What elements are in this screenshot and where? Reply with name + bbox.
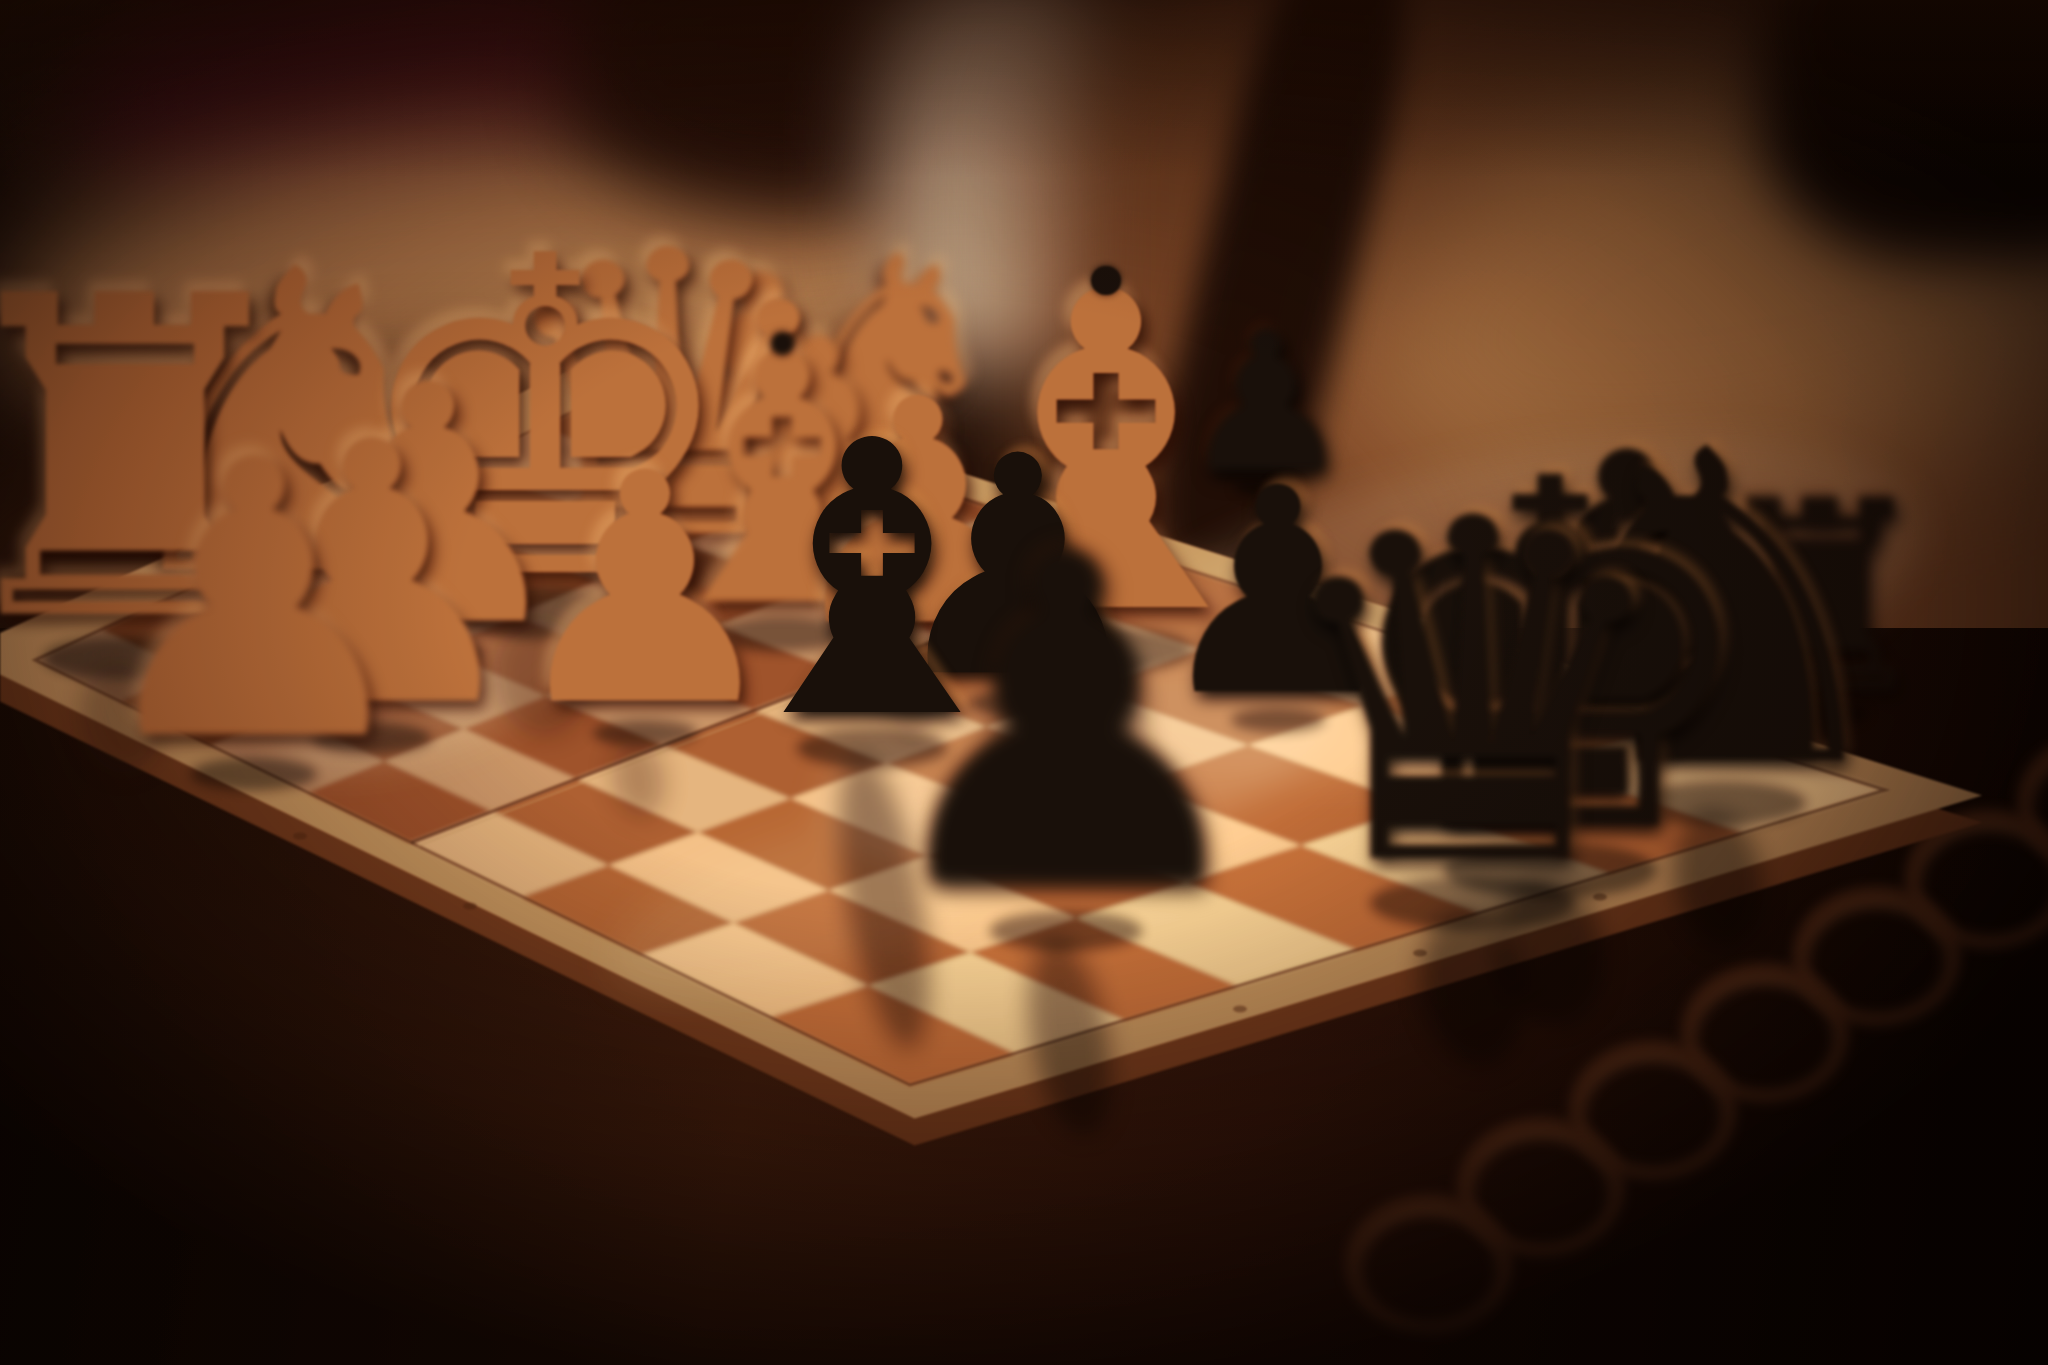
white-bishop-c1: ♝ [627, 309, 936, 654]
chess-pieces-layer: ♜♞♟♟♟♚♛♟♟♝♟♞♟♝♝♟♟♟♟♛♚♝♞♜ [0, 0, 2048, 1365]
black-bishop-f8: ♝ [1467, 407, 1787, 764]
table-edge-dark-corner [1437, 826, 2048, 1365]
white-pawn-c2: ♟ [699, 304, 937, 570]
white-pawn-e4: ♟ [503, 432, 787, 749]
board-gloss-highlights [122, 374, 1952, 1035]
white-pawn-g2: ♟ [211, 396, 534, 756]
black-rook-h8: ♜ [1703, 467, 1938, 729]
white-pawn-d4: ♟ [779, 359, 1057, 669]
black-knight-g8: ♞ [1526, 395, 1913, 827]
vignette-overlay [0, 0, 2048, 1365]
white-queen-d1: ♛ [491, 201, 843, 594]
table-edge-scallop [1345, 1194, 1513, 1334]
board-squares-grid [35, 390, 1885, 1085]
dark-bottom-left [0, 930, 580, 1365]
warm-tint-overlay [0, 0, 2048, 1365]
red-pillow [57, 0, 683, 251]
white-rook-h1: ♜ [0, 240, 323, 681]
white-pawn-f2: ♟ [281, 343, 575, 671]
chess-photo-scene: ♜♞♟♟♟♚♛♟♟♝♟♞♟♝♝♟♟♟♟♛♚♝♞♜ [0, 0, 2048, 1365]
board-fold-hinge [35, 390, 1885, 1085]
sofa-dark-center [560, 0, 1020, 220]
table-edge-scallop [1793, 886, 1961, 1026]
carved-table-edge [0, 0, 2048, 1365]
black-pawn-h5: ♟ [860, 494, 1272, 953]
black-bishop-g4: ♝ [703, 392, 1042, 770]
white-knight-g1: ♞ [95, 216, 469, 633]
white-knight-b1: ♞ [767, 221, 1009, 491]
light-band-right [1290, 0, 2048, 597]
wall-left-lit [0, 105, 958, 474]
black-pawn-d6: ♟ [1179, 306, 1353, 500]
black-pawn-g5: ♟ [883, 417, 1154, 719]
chess-board [0, 0, 2048, 1365]
board-edge-thickness [0, 385, 1982, 1146]
white-pawn-b2: ♟ [644, 241, 880, 504]
dark-wood-table-surface [0, 628, 2048, 1365]
dark-band-left [0, 324, 757, 735]
bishop-dark-finial [770, 332, 793, 355]
table-edge-scallop [1681, 963, 1849, 1103]
white-pillar [880, 0, 1130, 370]
sofa-arm-left [0, 0, 240, 200]
table-glow-right [1348, 733, 2048, 1266]
frame-markings [293, 833, 1607, 1013]
table-edge-scallop [1569, 1040, 1737, 1180]
white-bishop-b5: ♝ [910, 236, 1303, 674]
table-edge-scallop [1457, 1117, 1625, 1257]
white-pawn-h2: ♟ [83, 411, 425, 793]
white-king-e1: ♚ [348, 201, 742, 640]
piece-reflections [71, 569, 1773, 1141]
table-edge-scallop [2017, 732, 2048, 872]
black-queen-d8: ♛ [1260, 459, 1683, 931]
wall-right [1040, 0, 2048, 830]
dark-chair-top-right [1760, 0, 2048, 260]
bishop-dark-finial [1091, 266, 1120, 295]
black-king-e8: ♚ [1334, 418, 1765, 899]
board-frame-border [0, 358, 1982, 1119]
table-edge-scallop [1905, 809, 2048, 949]
chair-leg [1130, 0, 1430, 589]
piece-shadows [43, 460, 1868, 952]
black-pawn-f7: ♟ [1151, 451, 1406, 735]
